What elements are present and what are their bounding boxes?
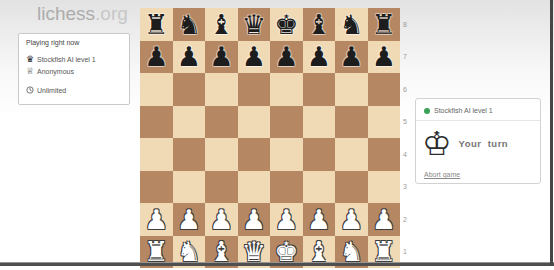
player-row-stockfish[interactable]: ♛ Stockfish AI level 1: [26, 53, 123, 65]
black-pawn: ♟: [144, 43, 168, 70]
square-h8[interactable]: ♜: [368, 8, 401, 41]
square-e3[interactable]: [270, 171, 303, 204]
square-h6[interactable]: [368, 73, 401, 106]
square-f3[interactable]: [303, 171, 336, 204]
square-e4[interactable]: [270, 138, 303, 171]
square-f7[interactable]: ♟: [303, 41, 336, 74]
logo-tld: .org: [95, 3, 128, 24]
square-g2[interactable]: ♟: [335, 203, 368, 236]
square-c5[interactable]: [205, 106, 238, 139]
white-pawn: ♟: [339, 206, 363, 233]
black-pawn: ♟: [307, 43, 331, 70]
square-h7[interactable]: ♟: [368, 41, 401, 74]
white-pawn: ♟: [242, 206, 266, 233]
square-g5[interactable]: [335, 106, 368, 139]
turn-indicator: ♔ Your turn: [416, 121, 540, 163]
square-g4[interactable]: [335, 138, 368, 171]
square-a8[interactable]: ♜: [140, 8, 173, 41]
lichess-game-page: lichess.org Playing right now ♛ Stockfis…: [0, 0, 554, 270]
square-d8[interactable]: ♛: [238, 8, 271, 41]
black-pawn: ♟: [177, 43, 201, 70]
square-a7[interactable]: ♟: [140, 41, 173, 74]
rank-coordinates: 87654321: [403, 8, 413, 268]
square-g8[interactable]: ♞: [335, 8, 368, 41]
square-d2[interactable]: ♟: [238, 203, 271, 236]
square-a4[interactable]: [140, 138, 173, 171]
square-a6[interactable]: [140, 73, 173, 106]
white-king-icon: ♔: [422, 127, 452, 160]
window-bottom-edge: [0, 262, 554, 266]
square-d3[interactable]: [238, 171, 271, 204]
square-b2[interactable]: ♟: [173, 203, 206, 236]
black-knight: ♞: [339, 11, 363, 38]
square-c8[interactable]: ♝: [205, 8, 238, 41]
square-d6[interactable]: [238, 73, 271, 106]
square-f5[interactable]: [303, 106, 336, 139]
black-rook: ♜: [144, 11, 168, 38]
time-control-label: Unlimited: [37, 87, 66, 94]
square-g3[interactable]: [335, 171, 368, 204]
white-pawn: ♟: [372, 206, 396, 233]
black-knight: ♞: [177, 11, 201, 38]
square-a2[interactable]: ♟: [140, 203, 173, 236]
square-h5[interactable]: [368, 106, 401, 139]
rank-label-7: 7: [403, 41, 413, 74]
scrollbar[interactable]: [550, 0, 553, 266]
online-dot-icon: [424, 108, 430, 114]
lichess-logo[interactable]: lichess.org: [37, 3, 128, 25]
square-b4[interactable]: [173, 138, 206, 171]
square-c4[interactable]: [205, 138, 238, 171]
black-king: ♚: [274, 11, 298, 38]
square-g7[interactable]: ♟: [335, 41, 368, 74]
square-d4[interactable]: [238, 138, 271, 171]
black-pawn: ♟: [339, 43, 363, 70]
white-pawn: ♟: [274, 206, 298, 233]
time-control-row: Unlimited: [26, 84, 123, 96]
square-e2[interactable]: ♟: [270, 203, 303, 236]
square-e8[interactable]: ♚: [270, 8, 303, 41]
rank-label-4: 4: [403, 138, 413, 171]
black-pawn: ♟: [372, 43, 396, 70]
black-bishop: ♝: [307, 11, 331, 38]
square-b6[interactable]: [173, 73, 206, 106]
white-crown-icon: ♕: [26, 67, 37, 76]
turn-label: Your turn: [459, 138, 509, 149]
rank-label-8: 8: [403, 8, 413, 41]
rank-label-2: 2: [403, 203, 413, 236]
square-h2[interactable]: ♟: [368, 203, 401, 236]
black-crown-icon: ♛: [26, 55, 37, 64]
square-f4[interactable]: [303, 138, 336, 171]
game-side-panel: Stockfish AI level 1 ♔ Your turn Abort g…: [415, 98, 541, 184]
black-pawn: ♟: [209, 43, 233, 70]
player-name: Anonymous: [37, 68, 74, 75]
playing-now-box: Playing right now ♛ Stockfish AI level 1…: [18, 33, 130, 105]
opponent-status-row: Stockfish AI level 1: [416, 99, 540, 121]
square-a3[interactable]: [140, 171, 173, 204]
black-bishop: ♝: [209, 11, 233, 38]
square-d5[interactable]: [238, 106, 271, 139]
square-d7[interactable]: ♟: [238, 41, 271, 74]
black-queen: ♛: [242, 11, 266, 38]
abort-game-link[interactable]: Abort game: [424, 171, 460, 178]
white-pawn: ♟: [177, 206, 201, 233]
square-e7[interactable]: ♟: [270, 41, 303, 74]
square-c6[interactable]: [205, 73, 238, 106]
square-g6[interactable]: [335, 73, 368, 106]
rank-label-5: 5: [403, 106, 413, 139]
square-b5[interactable]: [173, 106, 206, 139]
square-e5[interactable]: [270, 106, 303, 139]
square-h3[interactable]: [368, 171, 401, 204]
white-pawn: ♟: [307, 206, 331, 233]
square-h4[interactable]: [368, 138, 401, 171]
square-b3[interactable]: [173, 171, 206, 204]
rank-label-6: 6: [403, 73, 413, 106]
black-pawn: ♟: [242, 43, 266, 70]
square-f2[interactable]: ♟: [303, 203, 336, 236]
square-c7[interactable]: ♟: [205, 41, 238, 74]
black-rook: ♜: [372, 11, 396, 38]
square-c3[interactable]: [205, 171, 238, 204]
playing-now-title: Playing right now: [26, 39, 123, 46]
square-e6[interactable]: [270, 73, 303, 106]
white-pawn: ♟: [209, 206, 233, 233]
square-f6[interactable]: [303, 73, 336, 106]
square-f8[interactable]: ♝: [303, 8, 336, 41]
square-b8[interactable]: ♞: [173, 8, 206, 41]
black-pawn: ♟: [274, 43, 298, 70]
square-c2[interactable]: ♟: [205, 203, 238, 236]
chess-board: ♜♞♝♛♚♝♞♜♟♟♟♟♟♟♟♟♟♟♟♟♟♟♟♟♜♞♝♛♚♝♞♜: [140, 8, 400, 268]
player-name: Stockfish AI level 1: [37, 56, 96, 63]
logo-name: lichess: [37, 3, 95, 24]
square-a5[interactable]: [140, 106, 173, 139]
clock-icon: [26, 86, 34, 94]
square-b7[interactable]: ♟: [173, 41, 206, 74]
player-row-anonymous[interactable]: ♕ Anonymous: [26, 65, 123, 77]
white-pawn: ♟: [144, 206, 168, 233]
rank-label-3: 3: [403, 171, 413, 204]
opponent-name: Stockfish AI level 1: [434, 107, 493, 114]
